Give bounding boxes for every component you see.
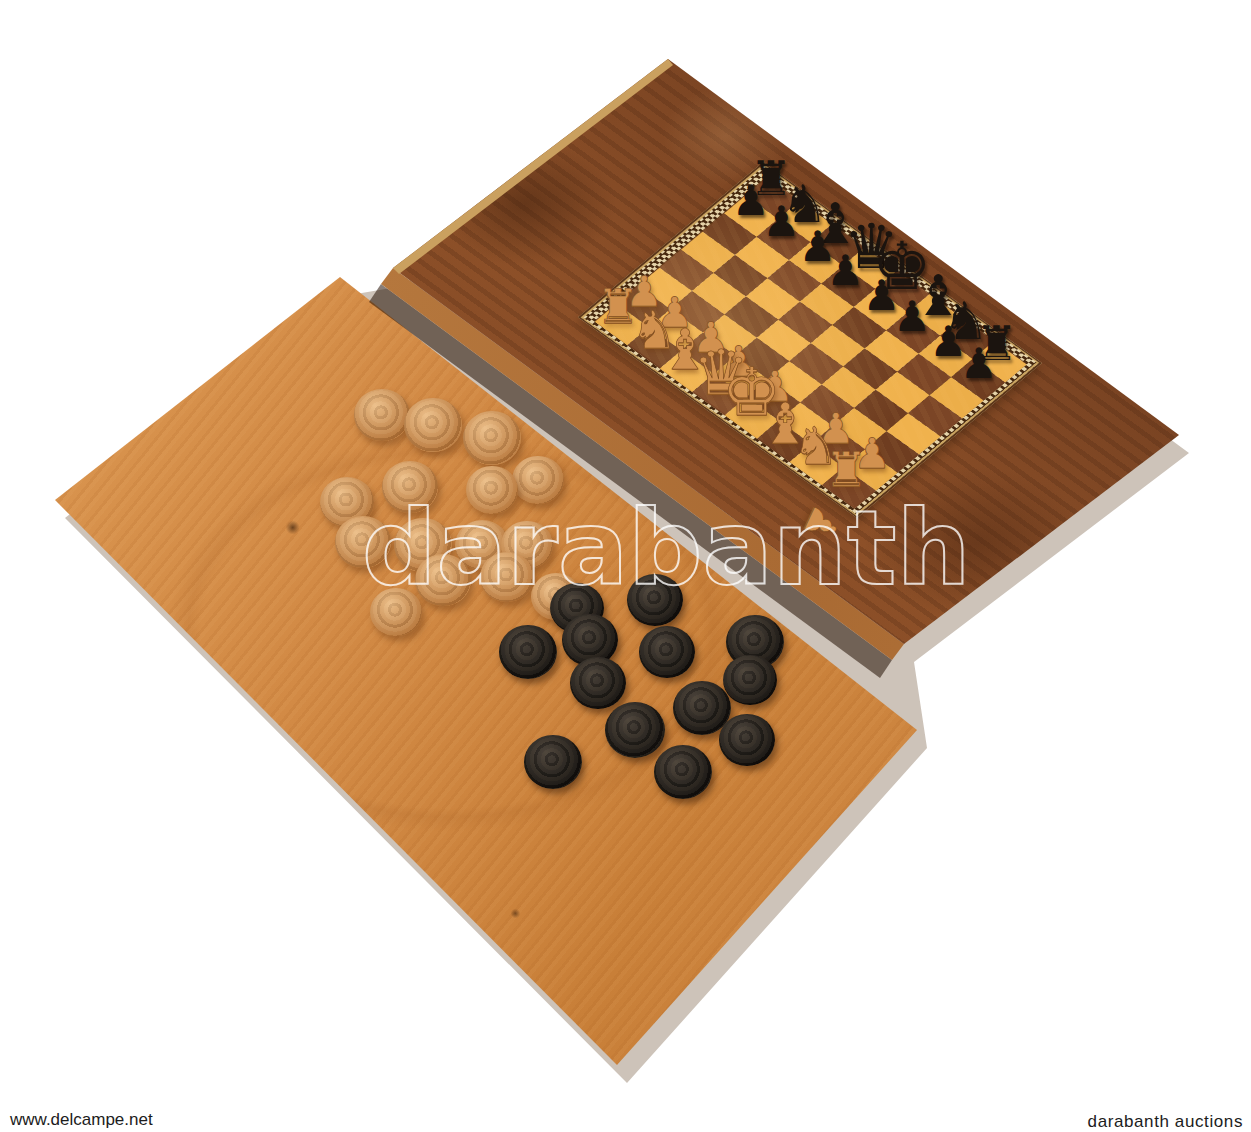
- dark-draughts-piece: [570, 657, 626, 710]
- dark-draughts-piece: [719, 714, 775, 767]
- light-draughts-piece: [404, 398, 462, 453]
- dark-draughts-piece: [524, 735, 582, 790]
- dark-draughts-piece: [639, 626, 695, 679]
- piece-black-pawn: ♟: [762, 201, 800, 243]
- piece-black-pawn: ♟: [893, 296, 931, 338]
- light-draughts-piece: [463, 411, 521, 466]
- auction-photo: ♜♞♝♛♚♝♞♜♟♟♟♟♟♟♟♟♟♟♟♟♟♟♟♜♞♝♛♚♝♞♜ ♟ daraba…: [0, 0, 1251, 1132]
- piece-black-pawn: ♟: [827, 250, 865, 292]
- dark-draughts-piece: [723, 655, 777, 706]
- light-draughts-piece: [354, 389, 410, 442]
- dark-draughts-piece: [499, 625, 557, 680]
- bottom-left-watermark: www.delcampe.net: [10, 1110, 153, 1130]
- piece-black-pawn: ♟: [960, 343, 998, 385]
- dark-draughts-piece: [605, 702, 665, 758]
- piece-white-rook: ♜: [825, 445, 868, 493]
- center-watermark: darabanth: [362, 487, 971, 609]
- dark-draughts-piece: [654, 745, 712, 800]
- bottom-right-watermark: darabanth auctions: [1088, 1112, 1243, 1132]
